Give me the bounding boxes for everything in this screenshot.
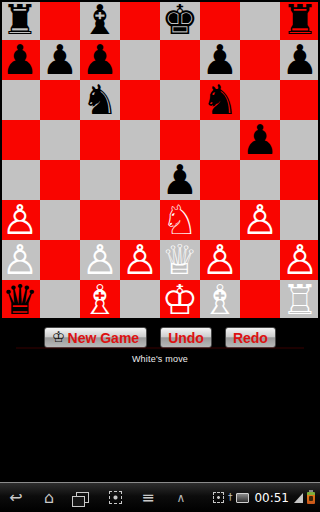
- square-a8[interactable]: ♜: [0, 0, 40, 40]
- square-e1[interactable]: ♔: [160, 280, 200, 320]
- square-c4[interactable]: [80, 160, 120, 200]
- piece-black-pawn: ♟: [42, 40, 79, 80]
- square-e5[interactable]: [160, 120, 200, 160]
- back-button[interactable]: ↩: [6, 490, 26, 506]
- square-d8[interactable]: [120, 0, 160, 40]
- square-h1[interactable]: ♖: [280, 280, 320, 320]
- square-g2[interactable]: [240, 240, 280, 280]
- back-icon: ↩: [9, 490, 22, 506]
- piece-black-knight: ♞: [202, 80, 239, 120]
- square-a6[interactable]: [0, 80, 40, 120]
- screenshot-thumbnail-icon: [236, 493, 249, 503]
- square-f1[interactable]: ♗: [200, 280, 240, 320]
- chess-board: ♜♝♚♜♟♟♟♟♟♞♞♟♟♙♘♙♙♙♙♕♙♙♛♗♔♗♖: [0, 0, 320, 320]
- king-icon: ♔: [52, 330, 65, 345]
- menu-button[interactable]: ≡: [138, 490, 158, 506]
- redo-button[interactable]: Redo: [225, 327, 276, 348]
- divider: [16, 347, 304, 349]
- square-d7[interactable]: [120, 40, 160, 80]
- new-game-button[interactable]: ♔ New Game: [44, 327, 147, 348]
- piece-black-pawn: ♟: [202, 40, 239, 80]
- square-h8[interactable]: ♜: [280, 0, 320, 40]
- square-c6[interactable]: ♞: [80, 80, 120, 120]
- piece-white-pawn: ♙: [2, 240, 39, 280]
- turn-status: White's move: [0, 354, 320, 364]
- square-c7[interactable]: ♟: [80, 40, 120, 80]
- square-b2[interactable]: [40, 240, 80, 280]
- control-bar: ♔ New Game Undo Redo: [0, 327, 320, 348]
- chevron-up-icon: ∧: [177, 490, 186, 506]
- piece-white-bishop: ♗: [202, 280, 239, 320]
- square-b3[interactable]: [40, 200, 80, 240]
- square-h2[interactable]: ♙: [280, 240, 320, 280]
- square-e6[interactable]: [160, 80, 200, 120]
- android-navbar: ↩ ⌂ ≡ ∧ † 00:51: [0, 482, 320, 512]
- piece-white-pawn: ♙: [82, 240, 119, 280]
- signal-strength-icon: [294, 493, 303, 503]
- square-f2[interactable]: ♙: [200, 240, 240, 280]
- square-b8[interactable]: [40, 0, 80, 40]
- square-a1[interactable]: ♛: [0, 280, 40, 320]
- square-e7[interactable]: [160, 40, 200, 80]
- square-b5[interactable]: [40, 120, 80, 160]
- square-g4[interactable]: [240, 160, 280, 200]
- square-c8[interactable]: ♝: [80, 0, 120, 40]
- piece-black-pawn: ♟: [282, 40, 319, 80]
- usb-icon: †: [228, 493, 233, 502]
- square-h4[interactable]: [280, 160, 320, 200]
- square-f4[interactable]: [200, 160, 240, 200]
- square-c3[interactable]: [80, 200, 120, 240]
- redo-label: Redo: [233, 330, 268, 346]
- square-f5[interactable]: [200, 120, 240, 160]
- piece-black-pawn: ♟: [242, 120, 279, 160]
- square-g3[interactable]: ♙: [240, 200, 280, 240]
- square-a3[interactable]: ♙: [0, 200, 40, 240]
- piece-white-knight: ♘: [162, 200, 199, 240]
- piece-white-queen: ♕: [162, 240, 199, 280]
- square-a5[interactable]: [0, 120, 40, 160]
- clock: 00:51: [254, 491, 289, 505]
- piece-white-pawn: ♙: [122, 240, 159, 280]
- piece-black-pawn: ♟: [162, 160, 199, 200]
- menu-icon: ≡: [141, 490, 154, 506]
- piece-black-knight: ♞: [82, 80, 119, 120]
- square-f8[interactable]: [200, 0, 240, 40]
- piece-white-pawn: ♙: [282, 240, 319, 280]
- navbar-status-tray: † 00:51: [213, 491, 320, 505]
- square-h5[interactable]: [280, 120, 320, 160]
- new-game-label: New Game: [68, 330, 140, 346]
- screen-capture-button[interactable]: [105, 491, 125, 504]
- square-c1[interactable]: ♗: [80, 280, 120, 320]
- square-b4[interactable]: [40, 160, 80, 200]
- square-d2[interactable]: ♙: [120, 240, 160, 280]
- piece-white-pawn: ♙: [202, 240, 239, 280]
- square-b7[interactable]: ♟: [40, 40, 80, 80]
- piece-white-bishop: ♗: [82, 280, 119, 320]
- square-h3[interactable]: [280, 200, 320, 240]
- square-d1[interactable]: [120, 280, 160, 320]
- square-c5[interactable]: [80, 120, 120, 160]
- home-icon: ⌂: [44, 490, 54, 506]
- square-d6[interactable]: [120, 80, 160, 120]
- square-g5[interactable]: ♟: [240, 120, 280, 160]
- square-f6[interactable]: ♞: [200, 80, 240, 120]
- square-g1[interactable]: [240, 280, 280, 320]
- undo-button[interactable]: Undo: [160, 327, 212, 348]
- recent-apps-button[interactable]: [72, 492, 92, 503]
- square-g8[interactable]: [240, 0, 280, 40]
- square-d4[interactable]: [120, 160, 160, 200]
- tray-collapse-button[interactable]: ∧: [171, 490, 191, 506]
- piece-black-rook: ♜: [282, 0, 319, 40]
- navbar-left: ↩ ⌂ ≡ ∧: [0, 490, 204, 506]
- square-b1[interactable]: [40, 280, 80, 320]
- square-e8[interactable]: ♚: [160, 0, 200, 40]
- square-h7[interactable]: ♟: [280, 40, 320, 80]
- undo-label: Undo: [168, 330, 204, 346]
- square-c2[interactable]: ♙: [80, 240, 120, 280]
- square-e2[interactable]: ♕: [160, 240, 200, 280]
- capture-corners-icon: [213, 492, 224, 503]
- piece-black-king: ♚: [162, 0, 199, 40]
- piece-white-pawn: ♙: [242, 200, 279, 240]
- square-g7[interactable]: [240, 40, 280, 80]
- piece-white-king: ♔: [162, 280, 199, 320]
- square-g6[interactable]: [240, 80, 280, 120]
- square-h6[interactable]: [280, 80, 320, 120]
- piece-white-pawn: ♙: [2, 200, 39, 240]
- square-a2[interactable]: ♙: [0, 240, 40, 280]
- piece-black-pawn: ♟: [2, 40, 39, 80]
- square-f7[interactable]: ♟: [200, 40, 240, 80]
- square-a4[interactable]: [0, 160, 40, 200]
- battery-icon: [307, 492, 315, 504]
- square-b6[interactable]: [40, 80, 80, 120]
- square-e4[interactable]: ♟: [160, 160, 200, 200]
- square-d5[interactable]: [120, 120, 160, 160]
- screen-capture-icon: [109, 491, 122, 504]
- home-button[interactable]: ⌂: [39, 490, 59, 506]
- piece-white-rook: ♖: [282, 280, 319, 320]
- square-a7[interactable]: ♟: [0, 40, 40, 80]
- square-d3[interactable]: [120, 200, 160, 240]
- square-e3[interactable]: ♘: [160, 200, 200, 240]
- piece-black-pawn: ♟: [82, 40, 119, 80]
- recent-apps-icon: [76, 492, 89, 503]
- square-f3[interactable]: [200, 200, 240, 240]
- piece-black-bishop: ♝: [82, 0, 119, 40]
- piece-black-queen: ♛: [2, 280, 39, 320]
- piece-black-rook: ♜: [2, 0, 39, 40]
